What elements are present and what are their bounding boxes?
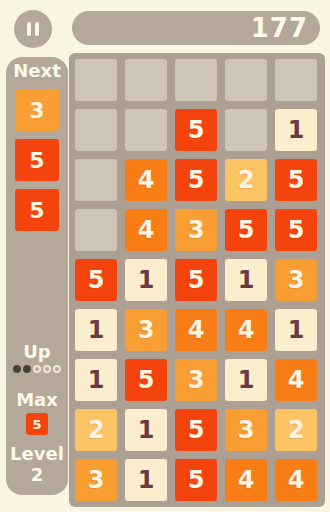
score-display: 177: [72, 11, 320, 45]
grid-tile-3[interactable]: 3: [75, 459, 117, 501]
grid-tile-4[interactable]: 4: [275, 359, 317, 401]
grid-tile-4[interactable]: 4: [275, 459, 317, 501]
max-label: Max: [16, 389, 58, 410]
grid-tile-5[interactable]: 5: [175, 109, 217, 151]
grid-cell-empty[interactable]: [75, 159, 117, 201]
grid-tile-3[interactable]: 3: [175, 209, 217, 251]
up-dot-empty: [43, 365, 51, 373]
level-value: 2: [31, 464, 44, 485]
up-dot-filled: [13, 365, 21, 373]
grid-tile-3[interactable]: 3: [275, 259, 317, 301]
grid-tile-1[interactable]: 1: [225, 259, 267, 301]
level-label: Level: [10, 443, 64, 464]
grid-tile-4[interactable]: 4: [175, 309, 217, 351]
max-tile: 5: [26, 413, 48, 435]
up-dot-empty: [53, 365, 61, 373]
grid-cell-empty[interactable]: [125, 109, 167, 151]
grid-cell-empty[interactable]: [225, 109, 267, 151]
pause-button[interactable]: [14, 10, 52, 48]
grid-tile-1[interactable]: 1: [75, 359, 117, 401]
up-label: Up: [23, 341, 51, 362]
up-progress-dots: [13, 365, 61, 373]
grid-tile-5[interactable]: 5: [175, 259, 217, 301]
grid-tile-1[interactable]: 1: [275, 109, 317, 151]
grid-tile-5[interactable]: 5: [75, 259, 117, 301]
game-screen: 177 Next 355 Up Max 5 Level 2 5145254355…: [0, 0, 330, 512]
grid-cell-empty[interactable]: [175, 59, 217, 101]
grid-tile-4[interactable]: 4: [225, 459, 267, 501]
grid-tile-1[interactable]: 1: [125, 459, 167, 501]
grid-tile-4[interactable]: 4: [125, 209, 167, 251]
grid-tile-5[interactable]: 5: [275, 159, 317, 201]
pause-icon: [35, 22, 39, 36]
grid-tile-4[interactable]: 4: [125, 159, 167, 201]
sidebar-panel: Next 355 Up Max 5 Level 2: [6, 57, 68, 495]
grid-tile-5[interactable]: 5: [125, 359, 167, 401]
grid-cell-empty[interactable]: [75, 59, 117, 101]
grid-cell-empty[interactable]: [75, 109, 117, 151]
next-queue: 355: [15, 81, 59, 231]
grid-tile-5[interactable]: 5: [175, 409, 217, 451]
grid-tile-5[interactable]: 5: [175, 459, 217, 501]
grid-tile-4[interactable]: 4: [225, 309, 267, 351]
grid-tile-3[interactable]: 3: [175, 359, 217, 401]
grid-tile-5[interactable]: 5: [175, 159, 217, 201]
grid-tile-3[interactable]: 3: [125, 309, 167, 351]
grid-cell-empty[interactable]: [275, 59, 317, 101]
next-queue-tile-5: 5: [15, 139, 59, 181]
grid-tile-5[interactable]: 5: [225, 209, 267, 251]
next-queue-tile-3: 3: [15, 89, 59, 131]
grid-cell-empty[interactable]: [125, 59, 167, 101]
next-label: Next: [13, 60, 61, 81]
up-dot-empty: [33, 365, 41, 373]
grid-tile-1[interactable]: 1: [275, 309, 317, 351]
grid-tile-2[interactable]: 2: [75, 409, 117, 451]
grid-tile-1[interactable]: 1: [125, 259, 167, 301]
grid-cell-empty[interactable]: [75, 209, 117, 251]
grid-tile-1[interactable]: 1: [225, 359, 267, 401]
next-queue-tile-5: 5: [15, 189, 59, 231]
grid-tile-1[interactable]: 1: [75, 309, 117, 351]
grid-tile-2[interactable]: 2: [275, 409, 317, 451]
board-grid: 51452543555151313441153142153231544: [75, 59, 319, 501]
game-board: 51452543555151313441153142153231544: [69, 53, 325, 507]
pause-icon: [27, 22, 31, 36]
score-value: 177: [251, 13, 308, 43]
up-dot-filled: [23, 365, 31, 373]
grid-tile-1[interactable]: 1: [125, 409, 167, 451]
grid-tile-3[interactable]: 3: [225, 409, 267, 451]
grid-tile-2[interactable]: 2: [225, 159, 267, 201]
grid-tile-5[interactable]: 5: [275, 209, 317, 251]
grid-cell-empty[interactable]: [225, 59, 267, 101]
